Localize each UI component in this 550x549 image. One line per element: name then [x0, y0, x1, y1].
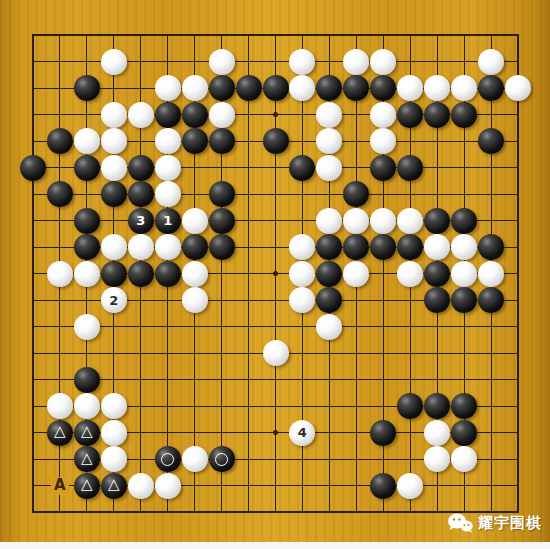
stone-black: [397, 393, 423, 419]
stone-white: [74, 393, 100, 419]
stone-black: [478, 287, 504, 313]
stone-black: [370, 420, 396, 446]
stone-black: [74, 75, 100, 101]
stone-black: [74, 473, 100, 499]
stone-white: [155, 181, 181, 207]
stone-white: [182, 287, 208, 313]
stone-white: [155, 128, 181, 154]
stone-black: [424, 393, 450, 419]
stone-white: [101, 420, 127, 446]
stone-white: [101, 393, 127, 419]
watermark: 耀宇围棋: [447, 510, 542, 536]
stone-white: [128, 102, 154, 128]
stone-white: [128, 234, 154, 260]
stone-black: [316, 75, 342, 101]
stone-white: [370, 208, 396, 234]
grid-line-horizontal: [32, 379, 519, 380]
stone-white: [101, 128, 127, 154]
stone-black: [155, 102, 181, 128]
stone-black: [155, 261, 181, 287]
stone-black: [397, 234, 423, 260]
stone-white: [209, 49, 235, 75]
stone-white: [101, 446, 127, 472]
stone-black: [478, 128, 504, 154]
stone-black: [451, 102, 477, 128]
stone-white: [289, 287, 315, 313]
stone-black: [424, 102, 450, 128]
stone-black: [209, 128, 235, 154]
stone-white: [155, 473, 181, 499]
stone-white: [209, 102, 235, 128]
stone-black: [74, 367, 100, 393]
stone-white: [289, 261, 315, 287]
stone-black: [74, 234, 100, 260]
stone-black: [209, 234, 235, 260]
stone-black: [263, 128, 289, 154]
stone-black: [209, 181, 235, 207]
point-label-a: A: [51, 477, 69, 495]
stone-black: [370, 473, 396, 499]
stone-black: [451, 420, 477, 446]
stone-black: [343, 181, 369, 207]
stone-black: [316, 261, 342, 287]
stone-black: [451, 208, 477, 234]
stone-black: [397, 155, 423, 181]
stone-black: [343, 75, 369, 101]
stone-white: [451, 261, 477, 287]
stone-white: [182, 75, 208, 101]
stone-black: [101, 181, 127, 207]
stone-black: [74, 208, 100, 234]
stone-white: [316, 128, 342, 154]
watermark-text: 耀宇围棋: [478, 514, 542, 533]
stone-white: [316, 208, 342, 234]
stone-white: [451, 75, 477, 101]
stone-white: [263, 340, 289, 366]
stone-black: [209, 75, 235, 101]
stone-white: [101, 155, 127, 181]
stone-black: [236, 75, 262, 101]
stone-white: [101, 102, 127, 128]
stone-white: [101, 234, 127, 260]
stone-black: [101, 473, 127, 499]
stone-white: [47, 393, 73, 419]
stone-white: [74, 314, 100, 340]
stone-white: [155, 234, 181, 260]
stone-white: [478, 49, 504, 75]
stone-white: [424, 446, 450, 472]
star-point: [273, 271, 278, 276]
stone-white: [155, 75, 181, 101]
stone-black: [128, 208, 154, 234]
stone-black: [451, 287, 477, 313]
stone-white: [101, 49, 127, 75]
stone-black: [101, 261, 127, 287]
grid-line-horizontal: [32, 511, 519, 513]
stone-white: [316, 314, 342, 340]
stone-black: [263, 75, 289, 101]
stone-white: [101, 287, 127, 313]
stone-white: [343, 208, 369, 234]
stone-white: [289, 75, 315, 101]
stone-black: [370, 155, 396, 181]
stone-white: [424, 234, 450, 260]
stone-white: [155, 155, 181, 181]
stone-white: [451, 234, 477, 260]
stone-white: [316, 155, 342, 181]
grid-line-vertical: [517, 34, 519, 513]
stone-black: [316, 234, 342, 260]
stone-black: [424, 261, 450, 287]
stone-black: [47, 420, 73, 446]
stone-white: [289, 49, 315, 75]
stone-black: [128, 261, 154, 287]
stone-black: [289, 155, 315, 181]
stone-black: [424, 208, 450, 234]
stone-white: [478, 261, 504, 287]
stone-black: [20, 155, 46, 181]
stone-black: [182, 128, 208, 154]
stone-black: [424, 287, 450, 313]
stone-white: [397, 75, 423, 101]
stone-white: [182, 446, 208, 472]
stone-white: [343, 261, 369, 287]
stone-white: [74, 261, 100, 287]
stone-white: [370, 102, 396, 128]
stone-black: [128, 181, 154, 207]
stone-black: [182, 102, 208, 128]
stone-black: [370, 75, 396, 101]
stone-black: [397, 102, 423, 128]
star-point: [273, 112, 278, 117]
stone-black: [47, 181, 73, 207]
stone-white: [182, 208, 208, 234]
stone-white: [128, 473, 154, 499]
stone-black: [209, 208, 235, 234]
stone-black: [155, 446, 181, 472]
stone-black: [182, 234, 208, 260]
stone-white: [343, 49, 369, 75]
stone-black: [478, 75, 504, 101]
star-point: [273, 430, 278, 435]
stone-black: [47, 128, 73, 154]
stone-black: [155, 208, 181, 234]
stone-white: [289, 420, 315, 446]
stone-black: [343, 234, 369, 260]
stone-white: [370, 128, 396, 154]
stone-black: [370, 234, 396, 260]
stone-white: [451, 446, 477, 472]
stone-white: [424, 75, 450, 101]
stone-black: [316, 287, 342, 313]
stone-white: [47, 261, 73, 287]
stone-white: [289, 234, 315, 260]
go-diagram-page: A1234△△△△△ 耀宇围棋: [0, 0, 550, 549]
stone-white: [424, 420, 450, 446]
stone-black: [74, 155, 100, 181]
stone-black: [478, 234, 504, 260]
stone-white: [397, 261, 423, 287]
stone-black: [451, 393, 477, 419]
stone-white: [74, 128, 100, 154]
stone-white: [182, 261, 208, 287]
grid-line-horizontal: [32, 326, 519, 327]
stone-white: [370, 49, 396, 75]
wechat-bubbles-icon: [447, 513, 473, 533]
bottom-white-strip: [0, 542, 550, 549]
stone-white: [397, 208, 423, 234]
stone-white: [505, 75, 531, 101]
stone-white: [397, 473, 423, 499]
stone-black: [74, 446, 100, 472]
stone-white: [316, 102, 342, 128]
stone-black: [74, 420, 100, 446]
stone-black: [209, 446, 235, 472]
stone-black: [128, 155, 154, 181]
